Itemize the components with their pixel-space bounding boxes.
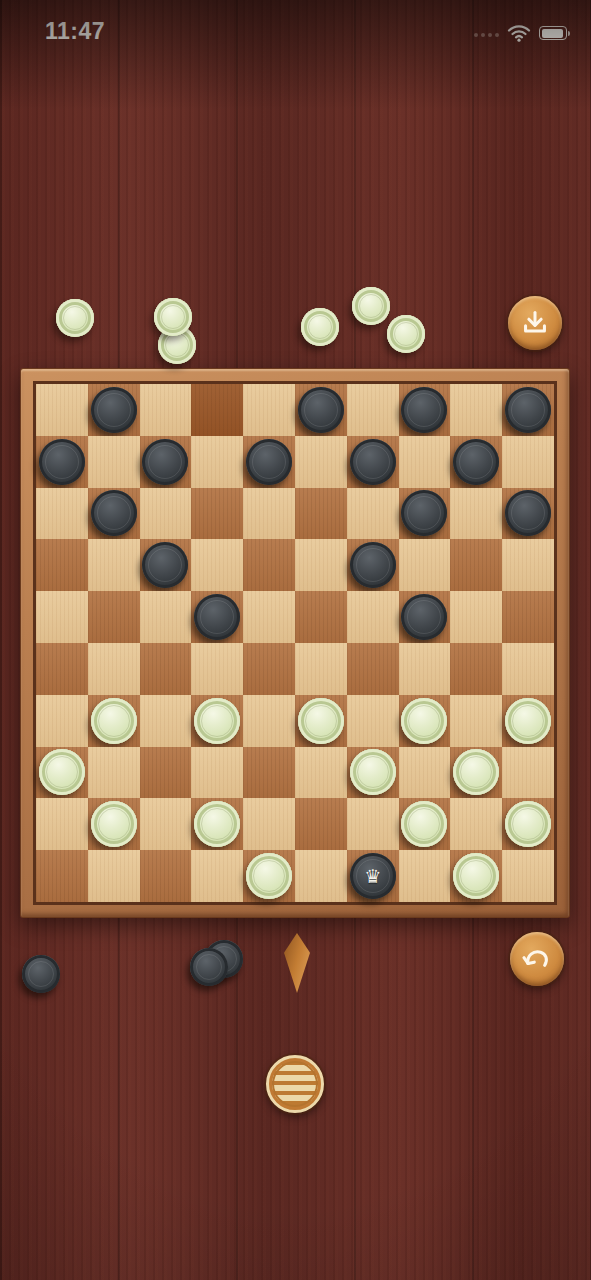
board-square[interactable]	[88, 798, 140, 850]
board-square[interactable]	[502, 695, 554, 747]
board-square[interactable]	[295, 695, 347, 747]
checker-white[interactable]	[298, 698, 344, 744]
checker-black[interactable]	[350, 439, 396, 485]
board-square[interactable]	[347, 488, 399, 540]
board-square[interactable]	[347, 643, 399, 695]
board-square[interactable]	[243, 798, 295, 850]
checker-black[interactable]	[39, 439, 85, 485]
board-square[interactable]	[88, 488, 140, 540]
checker-white[interactable]	[350, 749, 396, 795]
board-square[interactable]	[399, 591, 451, 643]
board-square[interactable]	[243, 488, 295, 540]
board-square[interactable]	[399, 436, 451, 488]
board-square[interactable]	[191, 539, 243, 591]
board-square[interactable]	[88, 539, 140, 591]
checker-black[interactable]	[401, 387, 447, 433]
board-square[interactable]	[88, 747, 140, 799]
board-square[interactable]	[295, 747, 347, 799]
board-square[interactable]	[88, 384, 140, 436]
board-square[interactable]	[243, 539, 295, 591]
board-square[interactable]	[347, 436, 399, 488]
battery-icon	[539, 26, 567, 40]
board-square[interactable]	[502, 850, 554, 902]
board-square[interactable]	[347, 695, 399, 747]
board-square[interactable]	[140, 436, 192, 488]
board-square[interactable]	[399, 488, 451, 540]
board-square[interactable]	[399, 798, 451, 850]
undo-button[interactable]	[510, 932, 564, 986]
board-square[interactable]	[399, 695, 451, 747]
captured-white-checker	[387, 315, 425, 353]
checker-black-king[interactable]: ♛	[350, 853, 396, 899]
board-square[interactable]	[191, 850, 243, 902]
board-square[interactable]	[347, 384, 399, 436]
checker-black[interactable]	[91, 387, 137, 433]
board-square[interactable]	[450, 695, 502, 747]
board-square[interactable]	[191, 591, 243, 643]
wifi-icon	[507, 24, 531, 42]
board-square[interactable]	[295, 591, 347, 643]
board-square[interactable]	[243, 591, 295, 643]
board-square[interactable]	[88, 850, 140, 902]
board-square[interactable]	[399, 747, 451, 799]
board-square[interactable]	[502, 798, 554, 850]
board-square[interactable]	[295, 539, 347, 591]
board-grid: ♛	[33, 381, 557, 905]
board-square[interactable]	[140, 539, 192, 591]
board-square[interactable]	[502, 436, 554, 488]
checker-black[interactable]	[246, 439, 292, 485]
board-square[interactable]	[88, 436, 140, 488]
board-square[interactable]	[243, 747, 295, 799]
checker-white[interactable]	[194, 698, 240, 744]
board-square[interactable]: ♛	[347, 850, 399, 902]
captured-white-checker	[56, 299, 94, 337]
status-time: 11:47	[45, 18, 105, 45]
status-icons	[474, 24, 567, 42]
board-square[interactable]	[36, 695, 88, 747]
board-square[interactable]	[88, 643, 140, 695]
checker-black[interactable]	[453, 439, 499, 485]
checker-black[interactable]	[194, 594, 240, 640]
board-square[interactable]	[243, 436, 295, 488]
board-square[interactable]	[347, 747, 399, 799]
captured-white-checker	[352, 287, 390, 325]
checkers-board: ♛	[20, 368, 570, 918]
checker-black[interactable]	[505, 387, 551, 433]
board-square[interactable]	[347, 591, 399, 643]
captured-white-checker	[154, 298, 192, 336]
board-square[interactable]	[450, 591, 502, 643]
board-square[interactable]	[347, 798, 399, 850]
save-game-button[interactable]	[508, 296, 562, 350]
checker-white[interactable]	[401, 801, 447, 847]
board-square[interactable]	[36, 643, 88, 695]
checker-white[interactable]	[91, 801, 137, 847]
board-square[interactable]	[243, 643, 295, 695]
board-square[interactable]	[36, 488, 88, 540]
board-square[interactable]	[36, 436, 88, 488]
board-square[interactable]	[191, 643, 243, 695]
checker-black[interactable]	[401, 594, 447, 640]
board-square[interactable]	[140, 384, 192, 436]
checker-black[interactable]	[142, 439, 188, 485]
checker-white[interactable]	[505, 801, 551, 847]
board-square[interactable]	[191, 695, 243, 747]
checker-white[interactable]	[194, 801, 240, 847]
checker-white[interactable]	[453, 749, 499, 795]
board-square[interactable]	[140, 850, 192, 902]
board-square[interactable]	[450, 384, 502, 436]
board-square[interactable]	[502, 643, 554, 695]
king-crown-icon: ♛	[350, 853, 396, 899]
board-square[interactable]	[450, 539, 502, 591]
board-square[interactable]	[502, 384, 554, 436]
board-square[interactable]	[399, 384, 451, 436]
board-square[interactable]	[295, 850, 347, 902]
board-square[interactable]	[450, 436, 502, 488]
board-square[interactable]	[502, 488, 554, 540]
board-square[interactable]	[36, 747, 88, 799]
board-square[interactable]	[191, 747, 243, 799]
board-square[interactable]	[191, 798, 243, 850]
board-square[interactable]	[450, 488, 502, 540]
board-square[interactable]	[88, 591, 140, 643]
checker-black[interactable]	[401, 490, 447, 536]
board-square[interactable]	[295, 384, 347, 436]
board-square[interactable]	[450, 850, 502, 902]
board-square[interactable]	[243, 850, 295, 902]
checker-black[interactable]	[298, 387, 344, 433]
board-square[interactable]	[450, 643, 502, 695]
board-square[interactable]	[140, 747, 192, 799]
checker-white[interactable]	[401, 698, 447, 744]
undo-arrow-icon	[519, 941, 555, 977]
board-square[interactable]	[36, 384, 88, 436]
board-square[interactable]	[36, 850, 88, 902]
checker-white[interactable]	[453, 853, 499, 899]
cellular-signal-icon	[474, 33, 499, 37]
download-icon	[518, 306, 552, 340]
board-square[interactable]	[191, 488, 243, 540]
checker-white[interactable]	[505, 698, 551, 744]
board-square[interactable]	[295, 798, 347, 850]
board-square[interactable]	[36, 591, 88, 643]
board-square[interactable]	[399, 539, 451, 591]
board-square[interactable]	[140, 798, 192, 850]
checker-black[interactable]	[91, 490, 137, 536]
board-square[interactable]	[347, 539, 399, 591]
checker-black[interactable]	[142, 542, 188, 588]
board-square[interactable]	[399, 850, 451, 902]
checker-white[interactable]	[91, 698, 137, 744]
board-square[interactable]	[36, 539, 88, 591]
board-square[interactable]	[502, 591, 554, 643]
checker-black[interactable]	[505, 490, 551, 536]
board-square[interactable]	[450, 798, 502, 850]
checker-black[interactable]	[350, 542, 396, 588]
board-square[interactable]	[140, 695, 192, 747]
board-square[interactable]	[295, 488, 347, 540]
board-square[interactable]	[191, 384, 243, 436]
checker-white[interactable]	[39, 749, 85, 795]
board-square[interactable]	[295, 643, 347, 695]
board-square[interactable]	[191, 436, 243, 488]
menu-button[interactable]	[266, 1055, 324, 1113]
captured-black-checker	[190, 948, 228, 986]
board-square[interactable]	[88, 695, 140, 747]
checker-white[interactable]	[246, 853, 292, 899]
board-square[interactable]	[399, 643, 451, 695]
board-square[interactable]	[502, 747, 554, 799]
board-square[interactable]	[450, 747, 502, 799]
captured-black-checker	[22, 955, 60, 993]
board-square[interactable]	[140, 488, 192, 540]
board-square[interactable]	[243, 384, 295, 436]
board-square[interactable]	[140, 591, 192, 643]
board-square[interactable]	[243, 695, 295, 747]
board-square[interactable]	[140, 643, 192, 695]
hamburger-slats-icon	[272, 1061, 318, 1107]
board-square[interactable]	[295, 436, 347, 488]
board-square[interactable]	[36, 798, 88, 850]
captured-white-checker	[301, 308, 339, 346]
board-square[interactable]	[502, 539, 554, 591]
